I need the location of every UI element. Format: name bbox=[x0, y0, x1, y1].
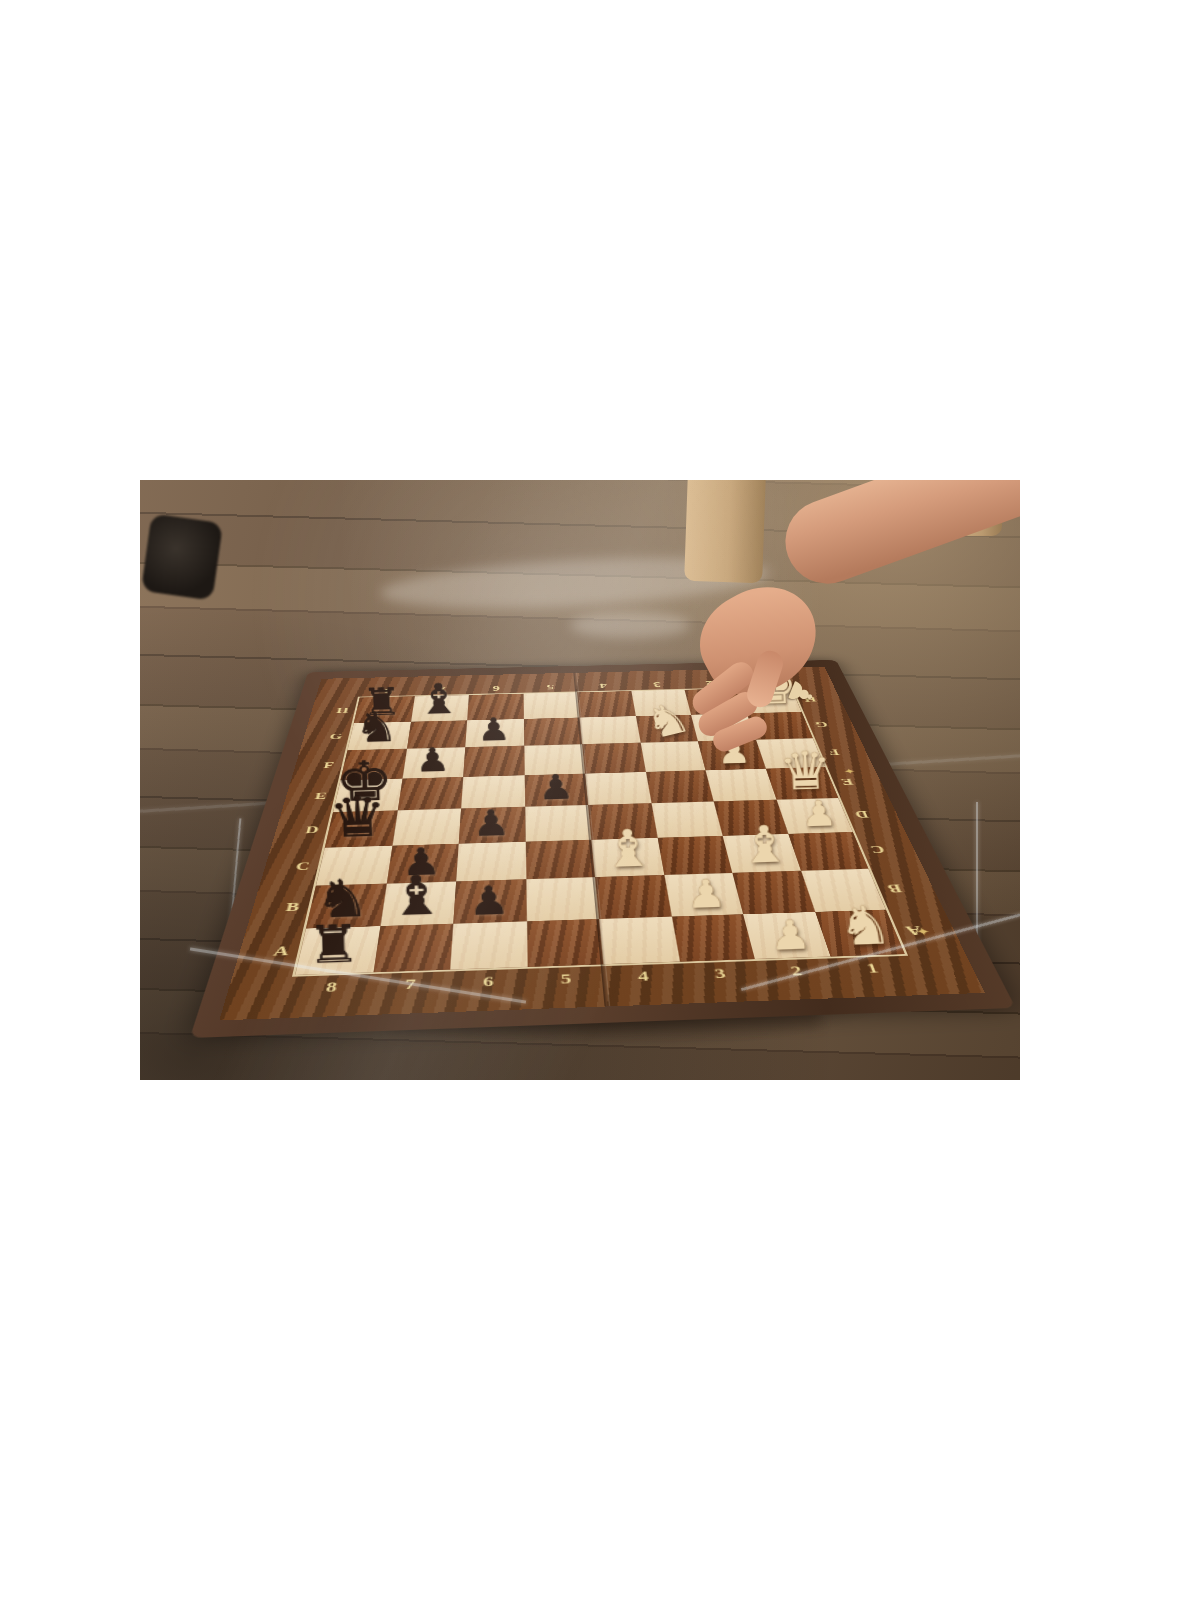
photo-area: HGFEDCBA HGFEDCBA 87654321 87654321 ✦ ✦ … bbox=[140, 480, 1020, 1080]
glass-sheen bbox=[140, 480, 1020, 1080]
